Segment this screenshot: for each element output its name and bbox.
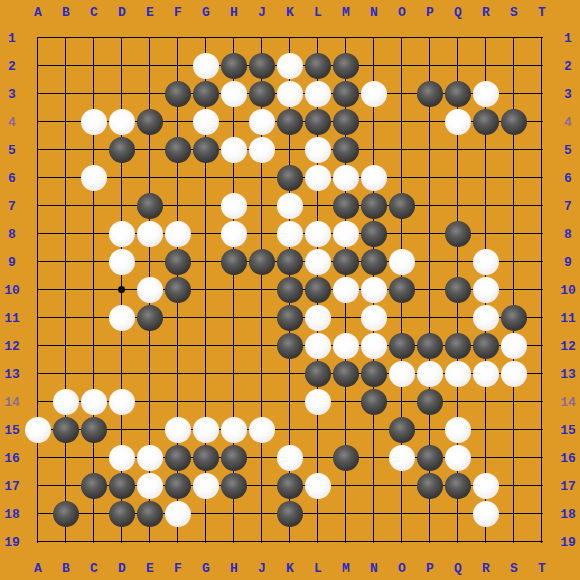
- point-C6[interactable]: [80, 164, 108, 192]
- point-N13[interactable]: [360, 360, 388, 388]
- point-H9[interactable]: [220, 248, 248, 276]
- point-L15[interactable]: [304, 416, 332, 444]
- point-P5[interactable]: [416, 136, 444, 164]
- point-C1[interactable]: [80, 24, 108, 52]
- point-B12[interactable]: [52, 332, 80, 360]
- point-G8[interactable]: [192, 220, 220, 248]
- point-M2[interactable]: [332, 52, 360, 80]
- point-H11[interactable]: [220, 304, 248, 332]
- point-Q14[interactable]: [444, 388, 472, 416]
- point-M13[interactable]: [332, 360, 360, 388]
- point-F3[interactable]: [164, 80, 192, 108]
- point-G15[interactable]: [192, 416, 220, 444]
- point-D18[interactable]: [108, 500, 136, 528]
- point-G11[interactable]: [192, 304, 220, 332]
- point-L3[interactable]: [304, 80, 332, 108]
- point-K2[interactable]: [276, 52, 304, 80]
- point-O15[interactable]: [388, 416, 416, 444]
- point-L10[interactable]: [304, 276, 332, 304]
- point-R18[interactable]: [472, 500, 500, 528]
- point-D9[interactable]: [108, 248, 136, 276]
- point-K14[interactable]: [276, 388, 304, 416]
- point-Q11[interactable]: [444, 304, 472, 332]
- point-O5[interactable]: [388, 136, 416, 164]
- point-O1[interactable]: [388, 24, 416, 52]
- point-T6[interactable]: [528, 164, 556, 192]
- point-O13[interactable]: [388, 360, 416, 388]
- point-M9[interactable]: [332, 248, 360, 276]
- point-H1[interactable]: [220, 24, 248, 52]
- point-N11[interactable]: [360, 304, 388, 332]
- point-P3[interactable]: [416, 80, 444, 108]
- point-D5[interactable]: [108, 136, 136, 164]
- point-E19[interactable]: [136, 528, 164, 556]
- point-S7[interactable]: [500, 192, 528, 220]
- point-B2[interactable]: [52, 52, 80, 80]
- point-G1[interactable]: [192, 24, 220, 52]
- point-H4[interactable]: [220, 108, 248, 136]
- point-H10[interactable]: [220, 276, 248, 304]
- point-J7[interactable]: [248, 192, 276, 220]
- point-R11[interactable]: [472, 304, 500, 332]
- point-C3[interactable]: [80, 80, 108, 108]
- point-J10[interactable]: [248, 276, 276, 304]
- point-K11[interactable]: [276, 304, 304, 332]
- point-Q16[interactable]: [444, 444, 472, 472]
- point-K5[interactable]: [276, 136, 304, 164]
- point-M15[interactable]: [332, 416, 360, 444]
- point-N4[interactable]: [360, 108, 388, 136]
- point-N5[interactable]: [360, 136, 388, 164]
- point-E15[interactable]: [136, 416, 164, 444]
- point-R7[interactable]: [472, 192, 500, 220]
- point-Q12[interactable]: [444, 332, 472, 360]
- point-M12[interactable]: [332, 332, 360, 360]
- point-B8[interactable]: [52, 220, 80, 248]
- point-J14[interactable]: [248, 388, 276, 416]
- point-L19[interactable]: [304, 528, 332, 556]
- point-E4[interactable]: [136, 108, 164, 136]
- point-N9[interactable]: [360, 248, 388, 276]
- point-Q4[interactable]: [444, 108, 472, 136]
- point-D6[interactable]: [108, 164, 136, 192]
- point-B6[interactable]: [52, 164, 80, 192]
- point-A15[interactable]: [24, 416, 52, 444]
- point-M18[interactable]: [332, 500, 360, 528]
- point-O2[interactable]: [388, 52, 416, 80]
- point-N12[interactable]: [360, 332, 388, 360]
- point-P18[interactable]: [416, 500, 444, 528]
- point-B1[interactable]: [52, 24, 80, 52]
- point-T19[interactable]: [528, 528, 556, 556]
- point-C9[interactable]: [80, 248, 108, 276]
- point-F16[interactable]: [164, 444, 192, 472]
- point-L13[interactable]: [304, 360, 332, 388]
- point-A18[interactable]: [24, 500, 52, 528]
- point-S5[interactable]: [500, 136, 528, 164]
- point-S16[interactable]: [500, 444, 528, 472]
- point-S1[interactable]: [500, 24, 528, 52]
- point-H14[interactable]: [220, 388, 248, 416]
- point-D13[interactable]: [108, 360, 136, 388]
- point-F1[interactable]: [164, 24, 192, 52]
- point-J15[interactable]: [248, 416, 276, 444]
- point-T3[interactable]: [528, 80, 556, 108]
- point-R14[interactable]: [472, 388, 500, 416]
- point-L11[interactable]: [304, 304, 332, 332]
- point-E17[interactable]: [136, 472, 164, 500]
- point-Q2[interactable]: [444, 52, 472, 80]
- point-K7[interactable]: [276, 192, 304, 220]
- point-R12[interactable]: [472, 332, 500, 360]
- point-F18[interactable]: [164, 500, 192, 528]
- point-L2[interactable]: [304, 52, 332, 80]
- point-A6[interactable]: [24, 164, 52, 192]
- point-K3[interactable]: [276, 80, 304, 108]
- point-P7[interactable]: [416, 192, 444, 220]
- point-M5[interactable]: [332, 136, 360, 164]
- point-F13[interactable]: [164, 360, 192, 388]
- point-C16[interactable]: [80, 444, 108, 472]
- point-F6[interactable]: [164, 164, 192, 192]
- point-J17[interactable]: [248, 472, 276, 500]
- point-B15[interactable]: [52, 416, 80, 444]
- point-F14[interactable]: [164, 388, 192, 416]
- point-D11[interactable]: [108, 304, 136, 332]
- point-D17[interactable]: [108, 472, 136, 500]
- point-G14[interactable]: [192, 388, 220, 416]
- point-T17[interactable]: [528, 472, 556, 500]
- point-L9[interactable]: [304, 248, 332, 276]
- point-T7[interactable]: [528, 192, 556, 220]
- point-J8[interactable]: [248, 220, 276, 248]
- point-Q7[interactable]: [444, 192, 472, 220]
- point-E11[interactable]: [136, 304, 164, 332]
- point-K1[interactable]: [276, 24, 304, 52]
- point-L18[interactable]: [304, 500, 332, 528]
- point-S12[interactable]: [500, 332, 528, 360]
- point-K10[interactable]: [276, 276, 304, 304]
- point-N19[interactable]: [360, 528, 388, 556]
- point-E13[interactable]: [136, 360, 164, 388]
- point-J16[interactable]: [248, 444, 276, 472]
- point-M6[interactable]: [332, 164, 360, 192]
- point-P15[interactable]: [416, 416, 444, 444]
- point-S11[interactable]: [500, 304, 528, 332]
- point-K8[interactable]: [276, 220, 304, 248]
- point-G19[interactable]: [192, 528, 220, 556]
- point-L17[interactable]: [304, 472, 332, 500]
- point-O8[interactable]: [388, 220, 416, 248]
- point-Q19[interactable]: [444, 528, 472, 556]
- point-S15[interactable]: [500, 416, 528, 444]
- point-T13[interactable]: [528, 360, 556, 388]
- point-D14[interactable]: [108, 388, 136, 416]
- point-M10[interactable]: [332, 276, 360, 304]
- point-N3[interactable]: [360, 80, 388, 108]
- point-F5[interactable]: [164, 136, 192, 164]
- point-H19[interactable]: [220, 528, 248, 556]
- point-O18[interactable]: [388, 500, 416, 528]
- point-L12[interactable]: [304, 332, 332, 360]
- point-A7[interactable]: [24, 192, 52, 220]
- point-C14[interactable]: [80, 388, 108, 416]
- point-K13[interactable]: [276, 360, 304, 388]
- point-B18[interactable]: [52, 500, 80, 528]
- point-F4[interactable]: [164, 108, 192, 136]
- point-S14[interactable]: [500, 388, 528, 416]
- point-S17[interactable]: [500, 472, 528, 500]
- point-D10[interactable]: [108, 276, 136, 304]
- point-M7[interactable]: [332, 192, 360, 220]
- point-P11[interactable]: [416, 304, 444, 332]
- point-L14[interactable]: [304, 388, 332, 416]
- point-N7[interactable]: [360, 192, 388, 220]
- point-A17[interactable]: [24, 472, 52, 500]
- point-Q13[interactable]: [444, 360, 472, 388]
- point-S18[interactable]: [500, 500, 528, 528]
- point-H2[interactable]: [220, 52, 248, 80]
- point-M1[interactable]: [332, 24, 360, 52]
- point-R13[interactable]: [472, 360, 500, 388]
- point-H6[interactable]: [220, 164, 248, 192]
- point-G5[interactable]: [192, 136, 220, 164]
- point-O4[interactable]: [388, 108, 416, 136]
- point-G4[interactable]: [192, 108, 220, 136]
- point-K16[interactable]: [276, 444, 304, 472]
- point-A1[interactable]: [24, 24, 52, 52]
- point-C5[interactable]: [80, 136, 108, 164]
- point-T16[interactable]: [528, 444, 556, 472]
- point-H5[interactable]: [220, 136, 248, 164]
- point-E14[interactable]: [136, 388, 164, 416]
- point-J13[interactable]: [248, 360, 276, 388]
- point-R6[interactable]: [472, 164, 500, 192]
- point-M14[interactable]: [332, 388, 360, 416]
- point-N16[interactable]: [360, 444, 388, 472]
- point-F10[interactable]: [164, 276, 192, 304]
- point-M3[interactable]: [332, 80, 360, 108]
- point-R15[interactable]: [472, 416, 500, 444]
- point-A3[interactable]: [24, 80, 52, 108]
- point-M16[interactable]: [332, 444, 360, 472]
- point-G2[interactable]: [192, 52, 220, 80]
- point-J6[interactable]: [248, 164, 276, 192]
- point-E3[interactable]: [136, 80, 164, 108]
- point-M17[interactable]: [332, 472, 360, 500]
- point-L7[interactable]: [304, 192, 332, 220]
- point-H15[interactable]: [220, 416, 248, 444]
- point-B4[interactable]: [52, 108, 80, 136]
- point-P1[interactable]: [416, 24, 444, 52]
- point-C4[interactable]: [80, 108, 108, 136]
- point-B11[interactable]: [52, 304, 80, 332]
- point-T15[interactable]: [528, 416, 556, 444]
- point-F7[interactable]: [164, 192, 192, 220]
- point-G6[interactable]: [192, 164, 220, 192]
- point-G9[interactable]: [192, 248, 220, 276]
- point-H3[interactable]: [220, 80, 248, 108]
- point-B14[interactable]: [52, 388, 80, 416]
- point-P2[interactable]: [416, 52, 444, 80]
- point-A5[interactable]: [24, 136, 52, 164]
- point-A14[interactable]: [24, 388, 52, 416]
- point-R10[interactable]: [472, 276, 500, 304]
- point-Q18[interactable]: [444, 500, 472, 528]
- point-K12[interactable]: [276, 332, 304, 360]
- point-L16[interactable]: [304, 444, 332, 472]
- point-T8[interactable]: [528, 220, 556, 248]
- point-N8[interactable]: [360, 220, 388, 248]
- point-S19[interactable]: [500, 528, 528, 556]
- point-B3[interactable]: [52, 80, 80, 108]
- point-B13[interactable]: [52, 360, 80, 388]
- point-Q6[interactable]: [444, 164, 472, 192]
- point-O10[interactable]: [388, 276, 416, 304]
- point-A2[interactable]: [24, 52, 52, 80]
- point-R5[interactable]: [472, 136, 500, 164]
- point-J19[interactable]: [248, 528, 276, 556]
- point-R1[interactable]: [472, 24, 500, 52]
- point-H16[interactable]: [220, 444, 248, 472]
- point-A8[interactable]: [24, 220, 52, 248]
- point-O3[interactable]: [388, 80, 416, 108]
- point-T4[interactable]: [528, 108, 556, 136]
- point-H12[interactable]: [220, 332, 248, 360]
- point-G17[interactable]: [192, 472, 220, 500]
- point-D15[interactable]: [108, 416, 136, 444]
- point-S9[interactable]: [500, 248, 528, 276]
- point-F17[interactable]: [164, 472, 192, 500]
- point-G18[interactable]: [192, 500, 220, 528]
- point-A4[interactable]: [24, 108, 52, 136]
- point-E10[interactable]: [136, 276, 164, 304]
- point-F2[interactable]: [164, 52, 192, 80]
- point-O6[interactable]: [388, 164, 416, 192]
- point-G12[interactable]: [192, 332, 220, 360]
- point-F8[interactable]: [164, 220, 192, 248]
- point-N6[interactable]: [360, 164, 388, 192]
- point-G13[interactable]: [192, 360, 220, 388]
- point-P8[interactable]: [416, 220, 444, 248]
- point-C13[interactable]: [80, 360, 108, 388]
- point-O7[interactable]: [388, 192, 416, 220]
- point-E5[interactable]: [136, 136, 164, 164]
- point-D12[interactable]: [108, 332, 136, 360]
- point-T18[interactable]: [528, 500, 556, 528]
- point-P10[interactable]: [416, 276, 444, 304]
- point-S6[interactable]: [500, 164, 528, 192]
- point-P9[interactable]: [416, 248, 444, 276]
- point-P14[interactable]: [416, 388, 444, 416]
- point-A16[interactable]: [24, 444, 52, 472]
- point-C8[interactable]: [80, 220, 108, 248]
- point-F12[interactable]: [164, 332, 192, 360]
- point-K19[interactable]: [276, 528, 304, 556]
- point-K18[interactable]: [276, 500, 304, 528]
- point-P16[interactable]: [416, 444, 444, 472]
- point-L4[interactable]: [304, 108, 332, 136]
- point-P4[interactable]: [416, 108, 444, 136]
- point-B10[interactable]: [52, 276, 80, 304]
- point-E16[interactable]: [136, 444, 164, 472]
- point-B5[interactable]: [52, 136, 80, 164]
- point-L1[interactable]: [304, 24, 332, 52]
- point-O9[interactable]: [388, 248, 416, 276]
- point-Q9[interactable]: [444, 248, 472, 276]
- point-C12[interactable]: [80, 332, 108, 360]
- point-C7[interactable]: [80, 192, 108, 220]
- point-G16[interactable]: [192, 444, 220, 472]
- point-R2[interactable]: [472, 52, 500, 80]
- point-S8[interactable]: [500, 220, 528, 248]
- point-O17[interactable]: [388, 472, 416, 500]
- point-M11[interactable]: [332, 304, 360, 332]
- point-O11[interactable]: [388, 304, 416, 332]
- point-T12[interactable]: [528, 332, 556, 360]
- point-Q3[interactable]: [444, 80, 472, 108]
- point-D7[interactable]: [108, 192, 136, 220]
- point-K4[interactable]: [276, 108, 304, 136]
- point-N15[interactable]: [360, 416, 388, 444]
- point-C19[interactable]: [80, 528, 108, 556]
- point-D16[interactable]: [108, 444, 136, 472]
- point-Q5[interactable]: [444, 136, 472, 164]
- point-C18[interactable]: [80, 500, 108, 528]
- point-B7[interactable]: [52, 192, 80, 220]
- point-H17[interactable]: [220, 472, 248, 500]
- point-E6[interactable]: [136, 164, 164, 192]
- point-K17[interactable]: [276, 472, 304, 500]
- point-F9[interactable]: [164, 248, 192, 276]
- point-F11[interactable]: [164, 304, 192, 332]
- point-P17[interactable]: [416, 472, 444, 500]
- point-F19[interactable]: [164, 528, 192, 556]
- point-R16[interactable]: [472, 444, 500, 472]
- point-S3[interactable]: [500, 80, 528, 108]
- point-G7[interactable]: [192, 192, 220, 220]
- point-S13[interactable]: [500, 360, 528, 388]
- point-R8[interactable]: [472, 220, 500, 248]
- point-Q17[interactable]: [444, 472, 472, 500]
- point-L5[interactable]: [304, 136, 332, 164]
- point-A10[interactable]: [24, 276, 52, 304]
- point-Q10[interactable]: [444, 276, 472, 304]
- point-P6[interactable]: [416, 164, 444, 192]
- point-E8[interactable]: [136, 220, 164, 248]
- point-D4[interactable]: [108, 108, 136, 136]
- point-N1[interactable]: [360, 24, 388, 52]
- point-T10[interactable]: [528, 276, 556, 304]
- point-J18[interactable]: [248, 500, 276, 528]
- point-T11[interactable]: [528, 304, 556, 332]
- point-C11[interactable]: [80, 304, 108, 332]
- point-R19[interactable]: [472, 528, 500, 556]
- point-C17[interactable]: [80, 472, 108, 500]
- point-J4[interactable]: [248, 108, 276, 136]
- point-S10[interactable]: [500, 276, 528, 304]
- point-H13[interactable]: [220, 360, 248, 388]
- point-R17[interactable]: [472, 472, 500, 500]
- point-M8[interactable]: [332, 220, 360, 248]
- point-E2[interactable]: [136, 52, 164, 80]
- point-N18[interactable]: [360, 500, 388, 528]
- point-J5[interactable]: [248, 136, 276, 164]
- point-D2[interactable]: [108, 52, 136, 80]
- point-A12[interactable]: [24, 332, 52, 360]
- point-N17[interactable]: [360, 472, 388, 500]
- point-E9[interactable]: [136, 248, 164, 276]
